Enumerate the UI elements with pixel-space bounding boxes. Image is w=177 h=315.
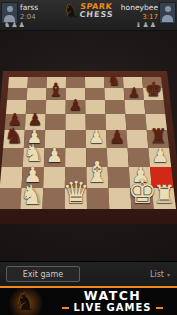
square-b7[interactable] (27, 88, 47, 100)
square-e8[interactable] (85, 77, 104, 88)
square-e7[interactable] (85, 88, 105, 100)
square-f7[interactable] (104, 88, 124, 100)
square-d5[interactable] (66, 114, 86, 130)
square-e6[interactable] (85, 100, 105, 114)
piece-white-q-d1[interactable]: ♛ (62, 178, 89, 209)
square-g6[interactable] (125, 100, 146, 114)
square-a8[interactable] (8, 77, 28, 88)
square-d8[interactable] (66, 77, 85, 88)
black-player-clock: 3:17 (142, 13, 158, 21)
square-b8[interactable] (27, 77, 47, 88)
logo-line2: CHESS (79, 11, 114, 19)
piece-black-n-a4[interactable]: ♞ (4, 125, 23, 147)
piece-white-p-e4[interactable]: ♟ (88, 128, 104, 146)
square-a3[interactable] (2, 148, 24, 167)
square-a7[interactable] (7, 88, 27, 100)
piece-black-p-g7[interactable]: ♟ (128, 86, 140, 100)
chess-board-3d[interactable]: ♞♝♟♚♟♟♟♞♟♟♟♜♞♟♟♟♝♟♞♛♚♜ (0, 30, 177, 261)
black-captured-tray: ♝♟♟ (135, 21, 157, 29)
square-f6[interactable] (105, 100, 126, 114)
banner-dash-left (62, 307, 69, 309)
square-c6[interactable] (46, 100, 66, 114)
list-label: List (150, 270, 164, 279)
piece-black-p-d6[interactable]: ♟ (69, 98, 82, 113)
logo-knight-icon: ♞ (63, 2, 78, 19)
banner-knight-icon: ♞ (15, 289, 36, 313)
banner-dash-right (156, 307, 163, 309)
square-g5[interactable] (125, 114, 146, 130)
sparkchess-logo: ♞ SPARK CHESS (63, 2, 113, 19)
exit-game-button[interactable]: Exit game (6, 266, 80, 282)
piece-white-p-c3[interactable]: ♟ (46, 146, 63, 166)
white-player-clock: 2:04 (20, 13, 36, 21)
piece-white-p-h3[interactable]: ♟ (151, 146, 168, 166)
square-e1[interactable] (87, 188, 110, 209)
black-player-name: honeybee (121, 3, 158, 12)
piece-black-p-f4[interactable]: ♟ (109, 128, 125, 146)
banner-line2: LIVE GAMES (50, 302, 175, 313)
piece-white-n-b1[interactable]: ♞ (19, 181, 43, 208)
black-player-avatar (159, 2, 176, 24)
square-c5[interactable] (45, 114, 65, 130)
list-dropdown[interactable]: List ▾ (150, 266, 170, 282)
square-d4[interactable] (65, 130, 86, 148)
square-a1[interactable] (0, 188, 22, 209)
piece-white-r-h1[interactable]: ♜ (153, 182, 176, 207)
piece-black-k-h7[interactable]: ♚ (145, 80, 163, 100)
square-g4[interactable] (126, 130, 148, 148)
square-h6[interactable] (144, 100, 165, 114)
sparkchess-app: farss 2:04 ♞♟♟ ♞ SPARK CHESS honeybee 3:… (0, 0, 177, 315)
piece-black-n-f8[interactable]: ♞ (107, 73, 120, 87)
chevron-down-icon: ▾ (167, 271, 170, 278)
white-captured-tray: ♞♟♟ (4, 21, 26, 29)
square-d3[interactable] (65, 148, 86, 167)
white-player-name: farss (20, 3, 38, 12)
bottom-bar: Exit game List ▾ (0, 261, 177, 287)
watch-live-games-banner[interactable]: ♞ WATCH LIVE GAMES (0, 286, 177, 315)
piece-black-b-c7[interactable]: ♝ (48, 81, 65, 99)
top-bar: farss 2:04 ♞♟♟ ♞ SPARK CHESS honeybee 3:… (0, 0, 177, 31)
banner-line1: WATCH (50, 289, 175, 302)
